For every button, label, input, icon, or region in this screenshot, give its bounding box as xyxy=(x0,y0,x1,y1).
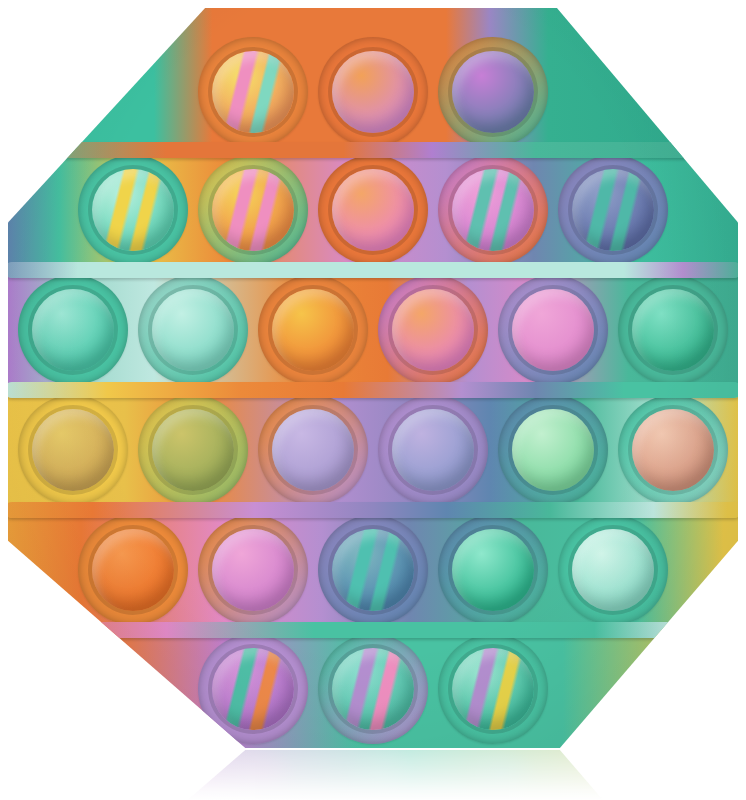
frame-bar-3 xyxy=(4,382,742,398)
bubble-r2c2[interactable] xyxy=(198,155,308,265)
bubble-dome-r1c3 xyxy=(452,51,534,133)
bubble-r4c5[interactable] xyxy=(498,395,608,505)
bubble-r1c1[interactable] xyxy=(198,37,308,147)
bubble-dome-r2c3 xyxy=(332,169,414,251)
bubble-r2c1[interactable] xyxy=(78,155,188,265)
bubble-dome-r5c3 xyxy=(332,529,414,611)
bubble-r2c3[interactable] xyxy=(318,155,428,265)
bubble-dome-r2c1 xyxy=(92,169,174,251)
bubble-dome-r3c4 xyxy=(392,289,474,371)
bubble-r3c5[interactable] xyxy=(498,275,608,385)
bubble-r4c2[interactable] xyxy=(138,395,248,505)
bubble-dome-r3c5 xyxy=(512,289,594,371)
product-photo xyxy=(0,0,746,800)
bubble-row-4 xyxy=(8,390,738,510)
bubble-r4c3[interactable] xyxy=(258,395,368,505)
bubble-dome-r5c1 xyxy=(92,529,174,611)
bubble-dome-r5c4 xyxy=(452,529,534,611)
bubble-r5c4[interactable] xyxy=(438,515,548,625)
bubble-r3c6[interactable] xyxy=(618,275,728,385)
bubble-dome-r4c4 xyxy=(392,409,474,491)
bubble-r6c3[interactable] xyxy=(438,634,548,744)
bubble-dome-r3c1 xyxy=(32,289,114,371)
bubble-r4c4[interactable] xyxy=(378,395,488,505)
bubble-dome-r6c1 xyxy=(212,648,294,730)
bubble-dome-r5c2 xyxy=(212,529,294,611)
bubble-r5c3[interactable] xyxy=(318,515,428,625)
bubble-dome-r4c6 xyxy=(632,409,714,491)
bubble-dome-r6c2 xyxy=(332,648,414,730)
bubble-r6c2[interactable] xyxy=(318,634,428,744)
bubble-dome-r1c2 xyxy=(332,51,414,133)
bubble-r5c1[interactable] xyxy=(78,515,188,625)
bubble-r5c5[interactable] xyxy=(558,515,668,625)
bubble-dome-r3c6 xyxy=(632,289,714,371)
bubble-row-6 xyxy=(8,630,738,748)
popit-board xyxy=(8,8,738,748)
bubble-dome-r4c3 xyxy=(272,409,354,491)
bubble-dome-r1c1 xyxy=(212,51,294,133)
bubble-dome-r4c2 xyxy=(152,409,234,491)
bubble-dome-r2c5 xyxy=(572,169,654,251)
bubble-row-2 xyxy=(8,150,738,270)
bubble-r1c2[interactable] xyxy=(318,37,428,147)
bubble-r6c1[interactable] xyxy=(198,634,308,744)
bubble-row-3 xyxy=(8,270,738,390)
bubble-r3c4[interactable] xyxy=(378,275,488,385)
bubble-r4c1[interactable] xyxy=(18,395,128,505)
bubble-r2c5[interactable] xyxy=(558,155,668,265)
bubble-row-1 xyxy=(8,8,738,150)
bubble-r4c6[interactable] xyxy=(618,395,728,505)
bubble-dome-r4c1 xyxy=(32,409,114,491)
bubble-dome-r2c2 xyxy=(212,169,294,251)
bubble-r3c2[interactable] xyxy=(138,275,248,385)
bubble-dome-r3c2 xyxy=(152,289,234,371)
bubble-dome-r5c5 xyxy=(572,529,654,611)
bubble-dome-r2c4 xyxy=(452,169,534,251)
frame-bar-2 xyxy=(4,262,742,278)
bubble-r3c1[interactable] xyxy=(18,275,128,385)
frame-bar-4 xyxy=(4,502,742,518)
bubble-r2c4[interactable] xyxy=(438,155,548,265)
reflection xyxy=(8,750,738,800)
bubble-dome-r4c5 xyxy=(512,409,594,491)
frame-bar-5 xyxy=(4,622,742,638)
bubble-dome-r6c3 xyxy=(452,648,534,730)
bubble-r5c2[interactable] xyxy=(198,515,308,625)
bubble-r1c3[interactable] xyxy=(438,37,548,147)
frame-bar-1 xyxy=(4,142,742,158)
bubble-row-5 xyxy=(8,510,738,630)
bubble-r3c3[interactable] xyxy=(258,275,368,385)
bubble-dome-r3c3 xyxy=(272,289,354,371)
